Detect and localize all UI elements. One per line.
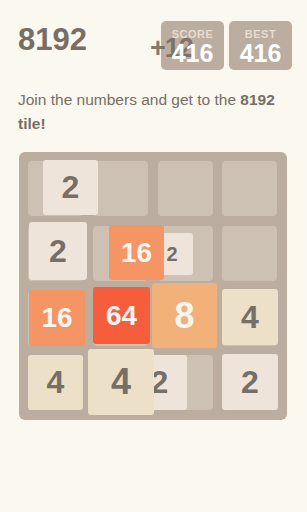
board-cell-r1c2 bbox=[93, 161, 148, 216]
tile-64: 64 bbox=[93, 287, 150, 344]
tile-16: 16 bbox=[109, 225, 164, 280]
tile-2: 2 bbox=[43, 160, 98, 215]
score-value: 416 bbox=[161, 40, 224, 66]
score-box: SCORE 416 bbox=[161, 21, 224, 70]
intro-text-prefix: Join the numbers and get to the bbox=[18, 91, 240, 108]
tile-4: 4 bbox=[28, 355, 83, 410]
intro-text: Join the numbers and get to the 8192 til… bbox=[18, 88, 300, 136]
page-title: 8192 bbox=[18, 22, 87, 58]
tile-4: 4 bbox=[88, 349, 154, 415]
tile-4: 4 bbox=[222, 289, 278, 345]
best-box: BEST 416 bbox=[229, 21, 292, 70]
best-value: 416 bbox=[229, 40, 292, 66]
board-cell-r1c3 bbox=[158, 161, 213, 216]
board-cell-r2c4 bbox=[222, 226, 277, 281]
tile-2: 2 bbox=[29, 222, 87, 280]
board-cell-r1c4 bbox=[222, 161, 277, 216]
tile-8: 8 bbox=[152, 283, 217, 348]
game-board[interactable]: 222161664844242 bbox=[19, 152, 287, 420]
tile-16: 16 bbox=[29, 290, 85, 346]
tile-2: 2 bbox=[222, 354, 278, 410]
